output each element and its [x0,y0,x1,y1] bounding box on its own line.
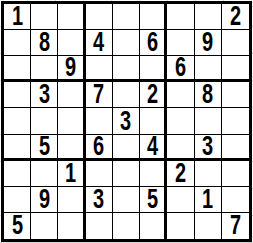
cell-r3c3[interactable]: 9 [58,56,85,82]
cell-r3c1[interactable] [4,56,31,82]
cell-r2c4[interactable]: 4 [86,30,113,56]
cell-r1c2[interactable] [31,4,58,30]
given-digit: 2 [230,4,241,30]
cell-r5c2[interactable] [31,108,58,134]
cell-r2c1[interactable] [4,30,31,56]
cell-r9c1[interactable]: 5 [4,213,31,239]
cell-r2c5[interactable] [113,30,140,56]
cell-r1c5[interactable] [113,4,140,30]
cell-r3c2[interactable] [31,56,58,82]
given-digit: 9 [202,30,213,56]
cell-r8c7[interactable] [167,187,194,213]
cell-r5c5[interactable]: 3 [113,108,140,134]
cell-r6c9[interactable] [222,135,249,161]
given-digit: 9 [39,187,50,213]
cell-r7c8[interactable] [195,161,222,187]
given-digit: 3 [93,187,104,213]
given-digit: 1 [202,187,213,213]
cell-r6c5[interactable] [113,135,140,161]
cell-r8c9[interactable] [222,187,249,213]
spreadsheet-background: 1284699637283564312935157 [0,0,253,243]
cell-r9c7[interactable] [167,213,194,239]
cell-r8c5[interactable] [113,187,140,213]
cell-r5c1[interactable] [4,108,31,134]
cell-r9c5[interactable] [113,213,140,239]
cell-r3c6[interactable] [140,56,167,82]
cell-r3c5[interactable] [113,56,140,82]
cell-r9c4[interactable] [86,213,113,239]
cell-r1c4[interactable] [86,4,113,30]
cell-r2c2[interactable]: 8 [31,30,58,56]
cell-r8c6[interactable]: 5 [140,187,167,213]
cell-r2c9[interactable] [222,30,249,56]
cell-r5c8[interactable] [195,108,222,134]
cell-r4c2[interactable]: 3 [31,82,58,108]
cell-r9c2[interactable] [31,213,58,239]
cell-r5c7[interactable] [167,108,194,134]
cell-r7c5[interactable] [113,161,140,187]
given-digit: 5 [12,213,23,239]
cell-r4c4[interactable]: 7 [86,82,113,108]
cell-r5c3[interactable] [58,108,85,134]
cell-r4c8[interactable]: 8 [195,82,222,108]
given-digit: 7 [230,213,241,239]
cell-r1c9[interactable]: 2 [222,4,249,30]
given-digit: 1 [65,161,76,187]
cell-r6c1[interactable] [4,135,31,161]
cell-r8c1[interactable] [4,187,31,213]
cell-r4c3[interactable] [58,82,85,108]
cell-r5c4[interactable] [86,108,113,134]
cell-r6c3[interactable] [58,135,85,161]
cell-r1c7[interactable] [167,4,194,30]
given-digit: 2 [147,82,158,108]
cell-r2c8[interactable]: 9 [195,30,222,56]
given-digit: 6 [175,56,186,81]
cell-r2c3[interactable] [58,30,85,56]
given-digit: 9 [65,56,76,81]
cell-r8c8[interactable]: 1 [195,187,222,213]
cell-r6c7[interactable] [167,135,194,161]
cell-r8c4[interactable]: 3 [86,187,113,213]
given-digit: 8 [202,82,213,108]
given-digit: 3 [202,135,213,160]
cell-r7c4[interactable] [86,161,113,187]
cell-r7c2[interactable] [31,161,58,187]
given-digit: 8 [39,30,50,56]
given-digit: 6 [147,30,158,56]
cell-r3c8[interactable] [195,56,222,82]
cell-r3c4[interactable] [86,56,113,82]
cell-r7c3[interactable]: 1 [58,161,85,187]
cell-r9c9[interactable]: 7 [222,213,249,239]
cell-r3c7[interactable]: 6 [167,56,194,82]
given-digit: 5 [39,135,50,160]
given-digit: 1 [12,4,23,30]
given-digit: 6 [93,135,104,160]
sudoku-board: 1284699637283564312935157 [1,1,252,242]
cell-r1c1[interactable]: 1 [4,4,31,30]
cell-r7c9[interactable] [222,161,249,187]
cell-r9c6[interactable] [140,213,167,239]
cell-r7c1[interactable] [4,161,31,187]
cell-r6c2[interactable]: 5 [31,135,58,161]
cell-r6c4[interactable]: 6 [86,135,113,161]
cell-r6c8[interactable]: 3 [195,135,222,161]
cell-r7c6[interactable] [140,161,167,187]
cell-r2c7[interactable] [167,30,194,56]
cell-r1c3[interactable] [58,4,85,30]
cell-r3c9[interactable] [222,56,249,82]
cell-r1c6[interactable] [140,4,167,30]
cell-r4c9[interactable] [222,82,249,108]
cell-r8c3[interactable] [58,187,85,213]
cell-r7c7[interactable]: 2 [167,161,194,187]
given-digit: 4 [93,30,104,56]
given-digit: 4 [147,135,158,160]
given-digit: 3 [120,108,131,134]
cell-r8c2[interactable]: 9 [31,187,58,213]
cell-r6c6[interactable]: 4 [140,135,167,161]
given-digit: 2 [175,161,186,187]
given-digit: 7 [93,82,104,108]
cell-r5c9[interactable] [222,108,249,134]
given-digit: 3 [39,82,50,108]
cell-r9c3[interactable] [58,213,85,239]
cell-r1c8[interactable] [195,4,222,30]
given-digit: 5 [147,187,158,213]
cell-r5c6[interactable] [140,108,167,134]
cell-r2c6[interactable]: 6 [140,30,167,56]
cell-r9c8[interactable] [195,213,222,239]
cell-r4c7[interactable] [167,82,194,108]
cell-r4c5[interactable] [113,82,140,108]
cell-r4c1[interactable] [4,82,31,108]
cell-r4c6[interactable]: 2 [140,82,167,108]
